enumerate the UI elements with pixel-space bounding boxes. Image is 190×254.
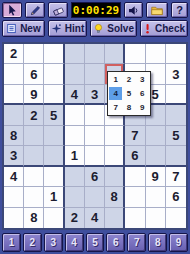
- folder-icon: [150, 4, 164, 17]
- sudoku-cell[interactable]: [4, 64, 24, 84]
- sudoku-cell[interactable]: [44, 44, 64, 64]
- sudoku-cell[interactable]: [146, 208, 166, 228]
- hint-button[interactable]: Hint: [48, 20, 87, 37]
- digit-popup[interactable]: 123456789: [107, 71, 151, 116]
- sudoku-cell[interactable]: [166, 208, 186, 228]
- eraser-tool-button[interactable]: [48, 2, 68, 18]
- sudoku-cell[interactable]: [65, 167, 85, 187]
- sparkle-icon: [51, 23, 62, 34]
- sudoku-cell[interactable]: [24, 44, 44, 64]
- popup-digit-6[interactable]: 6: [136, 87, 149, 101]
- sudoku-cell[interactable]: 8: [105, 187, 125, 207]
- sudoku-cell[interactable]: 9: [146, 167, 166, 187]
- sudoku-cell[interactable]: [125, 44, 145, 64]
- sudoku-cell[interactable]: [85, 146, 105, 166]
- sudoku-cell[interactable]: [44, 167, 64, 187]
- sudoku-cell[interactable]: [65, 126, 85, 146]
- sudoku-cell[interactable]: [4, 85, 24, 105]
- sudoku-cell[interactable]: [24, 126, 44, 146]
- sudoku-cell[interactable]: [85, 187, 105, 207]
- sudoku-cell[interactable]: 4: [4, 167, 24, 187]
- popup-digit-5[interactable]: 5: [122, 87, 135, 101]
- sudoku-cell[interactable]: [146, 126, 166, 146]
- timer-display: 0:00:29: [71, 2, 121, 18]
- popup-digit-3[interactable]: 3: [136, 73, 149, 87]
- sudoku-cell[interactable]: 3: [166, 64, 186, 84]
- sudoku-cell[interactable]: 7: [166, 167, 186, 187]
- check-button[interactable]: Check: [140, 20, 188, 37]
- cursor-arrow-icon: [6, 4, 19, 17]
- popup-digit-4[interactable]: 4: [109, 87, 122, 101]
- numpad-button-4[interactable]: 4: [65, 233, 84, 252]
- sudoku-cell[interactable]: [166, 44, 186, 64]
- sudoku-cell[interactable]: [166, 85, 186, 105]
- select-tool-button[interactable]: [2, 2, 22, 18]
- sudoku-cell[interactable]: 5: [44, 105, 64, 125]
- sudoku-cell[interactable]: [125, 208, 145, 228]
- numpad-button-7[interactable]: 7: [127, 233, 146, 252]
- popup-digit-9[interactable]: 9: [136, 100, 149, 114]
- sudoku-cell[interactable]: [125, 187, 145, 207]
- bulb-icon: [93, 23, 104, 34]
- new-button[interactable]: New: [2, 20, 45, 37]
- speaker-icon: [127, 4, 140, 17]
- popup-digit-8[interactable]: 8: [122, 100, 135, 114]
- sudoku-cell[interactable]: 5: [166, 126, 186, 146]
- sudoku-cell[interactable]: [44, 208, 64, 228]
- sudoku-cell[interactable]: [65, 44, 85, 64]
- sudoku-cell[interactable]: 4: [85, 208, 105, 228]
- sudoku-cell[interactable]: 4: [65, 85, 85, 105]
- sudoku-cell[interactable]: [85, 126, 105, 146]
- sudoku-cell[interactable]: [44, 64, 64, 84]
- solve-button[interactable]: Solve: [90, 20, 137, 37]
- eraser-icon: [52, 4, 65, 17]
- sudoku-cell[interactable]: 8: [24, 208, 44, 228]
- popup-digit-2[interactable]: 2: [122, 73, 135, 87]
- new-button-label: New: [20, 23, 41, 34]
- sudoku-cell[interactable]: [105, 208, 125, 228]
- solve-button-label: Solve: [107, 23, 134, 34]
- sudoku-cell[interactable]: 6: [166, 187, 186, 207]
- sudoku-cell[interactable]: [105, 126, 125, 146]
- sudoku-cell[interactable]: [105, 167, 125, 187]
- numpad-button-6[interactable]: 6: [106, 233, 125, 252]
- hint-button-label: Hint: [65, 23, 84, 34]
- number-pad: 123456789: [2, 233, 188, 252]
- sudoku-cell[interactable]: [85, 64, 105, 84]
- sudoku-cell[interactable]: 2: [4, 44, 24, 64]
- sudoku-cell[interactable]: 3: [85, 85, 105, 105]
- sudoku-cell[interactable]: [65, 64, 85, 84]
- sudoku-cell[interactable]: [146, 146, 166, 166]
- sudoku-cell[interactable]: 1: [44, 187, 64, 207]
- numpad-button-2[interactable]: 2: [23, 233, 42, 252]
- sudoku-cell[interactable]: [44, 126, 64, 146]
- sudoku-cell[interactable]: [65, 105, 85, 125]
- exclamation-icon: [143, 23, 152, 34]
- sudoku-cell[interactable]: [4, 208, 24, 228]
- sudoku-cell[interactable]: [24, 167, 44, 187]
- numpad-button-8[interactable]: 8: [148, 233, 167, 252]
- sudoku-cell[interactable]: 3: [4, 146, 24, 166]
- popup-digit-7[interactable]: 7: [109, 100, 122, 114]
- numpad-button-9[interactable]: 9: [169, 233, 188, 252]
- sudoku-cell[interactable]: [24, 146, 44, 166]
- sudoku-cell[interactable]: [146, 44, 166, 64]
- sudoku-cell[interactable]: [85, 105, 105, 125]
- sudoku-cell[interactable]: [85, 44, 105, 64]
- sudoku-cell[interactable]: 7: [125, 126, 145, 146]
- sudoku-cell[interactable]: [24, 187, 44, 207]
- toolbar-top: 0:00:29 ?: [2, 1, 188, 19]
- sudoku-cell[interactable]: [44, 146, 64, 166]
- sudoku-cell[interactable]: [4, 105, 24, 125]
- numpad-button-5[interactable]: 5: [86, 233, 105, 252]
- sudoku-cell[interactable]: [4, 187, 24, 207]
- folder-button[interactable]: [146, 2, 168, 18]
- sudoku-cell[interactable]: 6: [85, 167, 105, 187]
- sudoku-cell[interactable]: 6: [125, 146, 145, 166]
- sudoku-app: 0:00:29 ? New Hint Solve Check 263943525…: [0, 0, 190, 254]
- document-icon: [6, 23, 17, 34]
- sudoku-cell[interactable]: [146, 187, 166, 207]
- pencil-tool-button[interactable]: [25, 2, 45, 18]
- sudoku-cell[interactable]: 6: [24, 64, 44, 84]
- help-button[interactable]: ?: [171, 2, 188, 18]
- numpad-button-3[interactable]: 3: [44, 233, 63, 252]
- toolbar-actions: New Hint Solve Check: [2, 20, 188, 37]
- sudoku-cell[interactable]: 9: [24, 85, 44, 105]
- sudoku-cell[interactable]: [65, 187, 85, 207]
- sudoku-cell[interactable]: 2: [24, 105, 44, 125]
- sudoku-cell[interactable]: [166, 105, 186, 125]
- sudoku-cell[interactable]: [44, 85, 64, 105]
- sudoku-cell[interactable]: [166, 146, 186, 166]
- sudoku-cell[interactable]: 2: [65, 208, 85, 228]
- question-mark-icon: ?: [176, 4, 183, 16]
- sudoku-cell[interactable]: [105, 146, 125, 166]
- sound-button[interactable]: [124, 2, 143, 18]
- sudoku-cell[interactable]: [125, 167, 145, 187]
- pencil-icon: [29, 4, 42, 17]
- sudoku-cell[interactable]: 8: [4, 126, 24, 146]
- sudoku-cell[interactable]: 1: [65, 146, 85, 166]
- sudoku-board[interactable]: 2639435258753164697186824: [2, 42, 188, 230]
- sudoku-cell[interactable]: [105, 44, 125, 64]
- numpad-button-1[interactable]: 1: [2, 233, 21, 252]
- popup-digit-1[interactable]: 1: [109, 73, 122, 87]
- check-button-label: Check: [155, 23, 185, 34]
